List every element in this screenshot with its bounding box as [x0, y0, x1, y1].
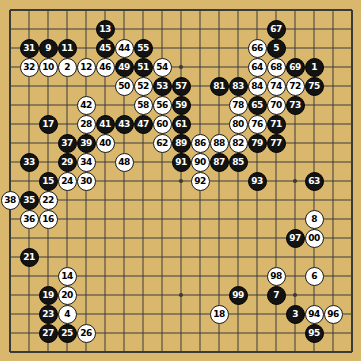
stone-black-93: 93 [248, 172, 267, 191]
stone-black-27: 27 [39, 324, 58, 343]
stone-white-52: 52 [134, 77, 153, 96]
stone-white-40: 40 [96, 134, 115, 153]
stone-white-64: 64 [248, 58, 267, 77]
stone-black-43: 43 [115, 115, 134, 134]
stone-white-84: 84 [248, 77, 267, 96]
stone-black-85: 85 [229, 153, 248, 172]
stone-black-73: 73 [286, 96, 305, 115]
stone-white-14: 14 [58, 267, 77, 286]
stone-black-15: 15 [39, 172, 58, 191]
stone-black-91: 91 [172, 153, 191, 172]
stone-white-38: 38 [1, 191, 20, 210]
stone-black-5: 5 [267, 39, 286, 58]
stone-black-89: 89 [172, 134, 191, 153]
stone-white-26: 26 [77, 324, 96, 343]
stone-black-61: 61 [172, 115, 191, 134]
stone-black-59: 59 [172, 96, 191, 115]
stone-white-62: 62 [153, 134, 172, 153]
stone-black-13: 13 [96, 20, 115, 39]
stone-black-21: 21 [20, 248, 39, 267]
stone-black-9: 9 [39, 39, 58, 58]
stone-black-57: 57 [172, 77, 191, 96]
stone-black-97: 97 [286, 229, 305, 248]
stone-white-10: 10 [39, 58, 58, 77]
stone-white-30: 30 [77, 172, 96, 191]
stone-black-95: 95 [305, 324, 324, 343]
stone-white-56: 56 [153, 96, 172, 115]
stone-white-00: 00 [305, 229, 324, 248]
stone-black-47: 47 [134, 115, 153, 134]
stone-black-33: 33 [20, 153, 39, 172]
stone-black-19: 19 [39, 286, 58, 305]
stone-black-3: 3 [286, 305, 305, 324]
stone-white-44: 44 [115, 39, 134, 58]
stone-black-11: 11 [58, 39, 77, 58]
stone-white-68: 68 [267, 58, 286, 77]
stone-black-35: 35 [20, 191, 39, 210]
stone-white-12: 12 [77, 58, 96, 77]
stone-white-4: 4 [58, 305, 77, 324]
stone-white-98: 98 [267, 267, 286, 286]
stone-black-75: 75 [305, 77, 324, 96]
stone-white-46: 46 [96, 58, 115, 77]
stone-white-70: 70 [267, 96, 286, 115]
stone-black-39: 39 [77, 134, 96, 153]
stone-white-28: 28 [77, 115, 96, 134]
stone-white-92: 92 [191, 172, 210, 191]
stone-white-94: 94 [305, 305, 324, 324]
stone-white-74: 74 [267, 77, 286, 96]
stone-black-99: 99 [229, 286, 248, 305]
stone-white-32: 32 [20, 58, 39, 77]
stone-black-81: 81 [210, 77, 229, 96]
stone-white-8: 8 [305, 210, 324, 229]
stone-black-1: 1 [305, 58, 324, 77]
stone-black-23: 23 [39, 305, 58, 324]
stone-white-60: 60 [153, 115, 172, 134]
stone-white-22: 22 [39, 191, 58, 210]
stone-white-18: 18 [210, 305, 229, 324]
stone-black-37: 37 [58, 134, 77, 153]
stone-white-24: 24 [58, 172, 77, 191]
stone-white-76: 76 [248, 115, 267, 134]
stone-white-82: 82 [229, 134, 248, 153]
stone-black-51: 51 [134, 58, 153, 77]
stone-black-63: 63 [305, 172, 324, 191]
stone-white-96: 96 [324, 305, 343, 324]
stone-black-25: 25 [58, 324, 77, 343]
stone-black-83: 83 [229, 77, 248, 96]
stone-black-69: 69 [286, 58, 305, 77]
stone-black-79: 79 [248, 134, 267, 153]
stone-black-49: 49 [115, 58, 134, 77]
stone-black-71: 71 [267, 115, 286, 134]
stone-white-34: 34 [77, 153, 96, 172]
stone-black-53: 53 [153, 77, 172, 96]
stone-white-72: 72 [286, 77, 305, 96]
stone-black-31: 31 [20, 39, 39, 58]
stone-white-20: 20 [58, 286, 77, 305]
stone-white-66: 66 [248, 39, 267, 58]
stone-black-29: 29 [58, 153, 77, 172]
stone-white-90: 90 [191, 153, 210, 172]
stone-black-41: 41 [96, 115, 115, 134]
stone-white-42: 42 [77, 96, 96, 115]
stone-white-16: 16 [39, 210, 58, 229]
stone-black-17: 17 [39, 115, 58, 134]
stone-white-50: 50 [115, 77, 134, 96]
stone-black-7: 7 [267, 286, 286, 305]
stone-black-45: 45 [96, 39, 115, 58]
stone-black-55: 55 [134, 39, 153, 58]
stone-white-36: 36 [20, 210, 39, 229]
stone-white-80: 80 [229, 115, 248, 134]
stone-white-86: 86 [191, 134, 210, 153]
stone-black-87: 87 [210, 153, 229, 172]
stone-white-58: 58 [134, 96, 153, 115]
stone-black-65: 65 [248, 96, 267, 115]
stone-white-88: 88 [210, 134, 229, 153]
go-board: 1234567891011121314151617181920212223242… [0, 0, 361, 361]
stone-white-78: 78 [229, 96, 248, 115]
stone-white-54: 54 [153, 58, 172, 77]
stone-white-2: 2 [58, 58, 77, 77]
stone-white-6: 6 [305, 267, 324, 286]
stone-black-77: 77 [267, 134, 286, 153]
stone-white-48: 48 [115, 153, 134, 172]
stone-black-67: 67 [267, 20, 286, 39]
